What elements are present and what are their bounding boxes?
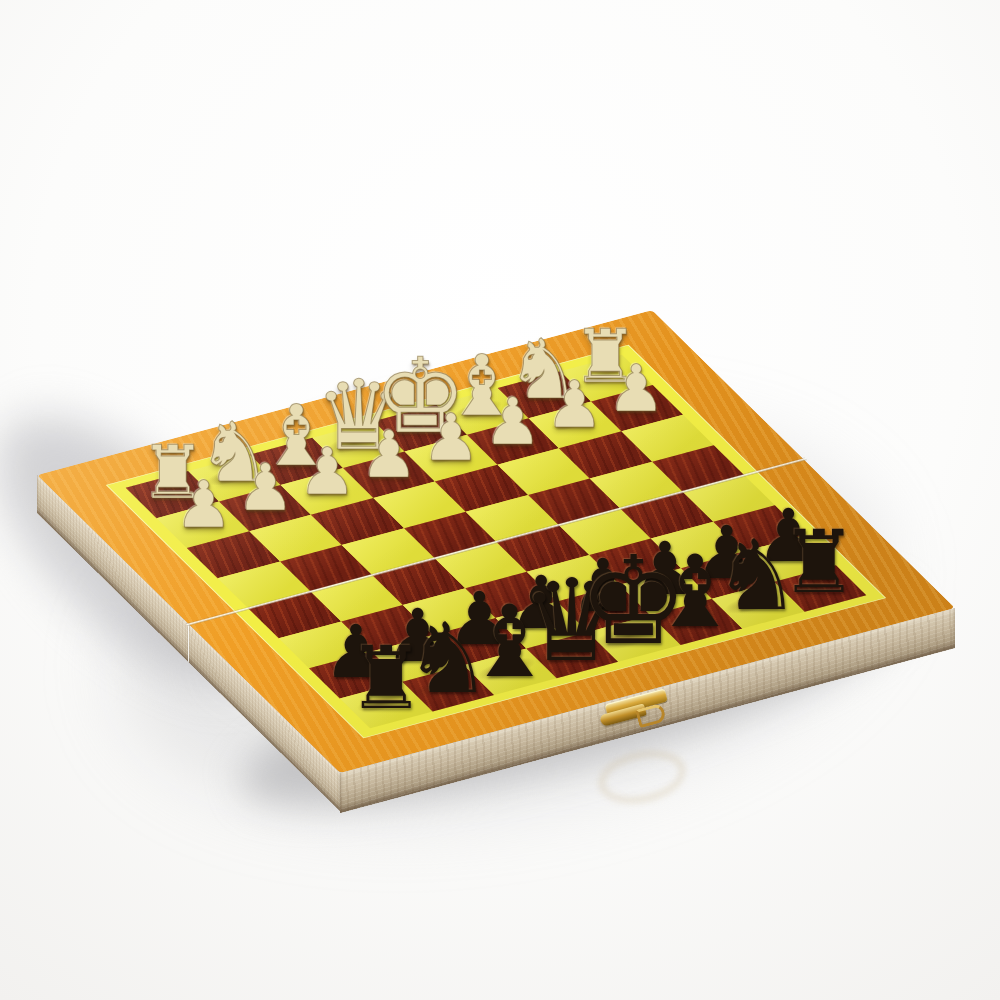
- white-pawn: ♟: [236, 456, 294, 521]
- white-pawn: ♟: [360, 423, 418, 488]
- pieces-layer: ♜♞♝♛♚♝♞♜♟♟♟♟♟♟♟♟♟♟♟♟♟♟♟♟♜♞♝♛♚♝♞♜: [0, 0, 1000, 1000]
- chess-set-photo: ♜♞♝♛♚♝♞♜♟♟♟♟♟♟♟♟♟♟♟♟♟♟♟♟♜♞♝♛♚♝♞♜: [0, 0, 1000, 1000]
- white-pawn: ♟: [483, 390, 541, 455]
- white-pawn: ♟: [298, 440, 356, 505]
- black-rook: ♜: [780, 519, 858, 606]
- white-pawn: ♟: [545, 373, 603, 438]
- white-pawn: ♟: [422, 406, 480, 471]
- white-pawn: ♟: [607, 357, 665, 422]
- white-pawn: ♟: [174, 473, 232, 538]
